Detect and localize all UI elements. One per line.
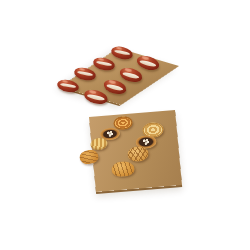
product-photo <box>0 0 250 250</box>
